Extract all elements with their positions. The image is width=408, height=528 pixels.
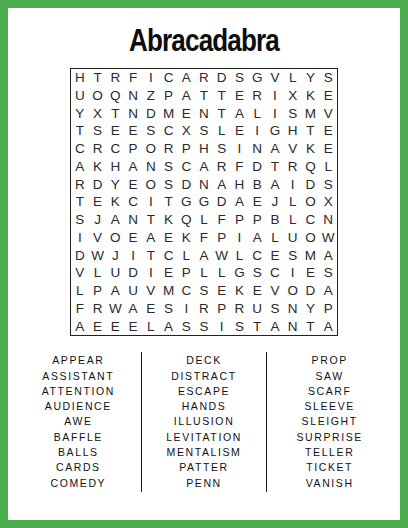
grid-cell-r11c4[interactable]: I bbox=[124, 247, 142, 265]
word-item-distract: DISTRACT bbox=[142, 369, 267, 384]
grid-cell-r3c2[interactable]: X bbox=[89, 105, 107, 123]
grid-cell-r13c7[interactable]: C bbox=[177, 282, 195, 300]
grid-cell-r7c6[interactable]: S bbox=[160, 176, 178, 194]
grid-cell-r11c2[interactable]: W bbox=[89, 247, 107, 265]
grid-cell-r12c13[interactable]: I bbox=[284, 264, 302, 282]
grid-cell-r14c9[interactable]: P bbox=[213, 300, 231, 318]
grid-cell-r4c15[interactable]: E bbox=[319, 122, 337, 140]
grid-cell-r6c12[interactable]: T bbox=[266, 158, 284, 176]
grid-cell-r11c15[interactable]: A bbox=[319, 247, 337, 265]
grid-cell-r12c2[interactable]: L bbox=[89, 264, 107, 282]
grid-cell-r5c9[interactable]: S bbox=[213, 140, 231, 158]
grid-cell-r13c12[interactable]: V bbox=[266, 282, 284, 300]
grid-cell-r3c1[interactable]: Y bbox=[71, 105, 89, 123]
grid-cell-r10c2[interactable]: V bbox=[89, 229, 107, 247]
grid-cell-r5c14[interactable]: K bbox=[302, 140, 320, 158]
grid-cell-r13c2[interactable]: P bbox=[89, 282, 107, 300]
puzzle-page: Abracadabra HTRFICARDSGVLYSUOQNZPATTERIX… bbox=[8, 24, 400, 528]
grid-cell-r10c1[interactable]: I bbox=[71, 229, 89, 247]
grid-cell-r1c1[interactable]: H bbox=[71, 69, 89, 87]
grid-cell-r14c14[interactable]: Y bbox=[302, 300, 320, 318]
grid-cell-r14c6[interactable]: S bbox=[160, 300, 178, 318]
grid-cell-r12c11[interactable]: S bbox=[248, 264, 266, 282]
grid-cell-r3c14[interactable]: M bbox=[302, 105, 320, 123]
grid-cell-r10c12[interactable]: L bbox=[266, 229, 284, 247]
grid-cell-r12c6[interactable]: E bbox=[160, 264, 178, 282]
grid-cell-r15c3[interactable]: E bbox=[106, 318, 124, 336]
grid-cell-r4c1[interactable]: T bbox=[71, 122, 89, 140]
word-item-penn: PENN bbox=[142, 476, 267, 491]
grid-cell-r9c4[interactable]: N bbox=[124, 211, 142, 229]
word-item-deck: DECK bbox=[142, 353, 267, 368]
grid-cell-r9c3[interactable]: A bbox=[106, 211, 124, 229]
grid-cell-r14c8[interactable]: R bbox=[195, 300, 213, 318]
grid-cell-r12c9[interactable]: L bbox=[213, 264, 231, 282]
grid-cell-r11c12[interactable]: E bbox=[266, 247, 284, 265]
grid-cell-r1c12[interactable]: V bbox=[266, 69, 284, 87]
grid-cell-r6c15[interactable]: L bbox=[319, 158, 337, 176]
grid-cell-r9c8[interactable]: L bbox=[195, 211, 213, 229]
grid-cell-r8c4[interactable]: C bbox=[124, 193, 142, 211]
grid-cell-r3c12[interactable]: I bbox=[266, 105, 284, 123]
grid-cell-r8c13[interactable]: L bbox=[284, 193, 302, 211]
grid-cell-r13c8[interactable]: S bbox=[195, 282, 213, 300]
grid-cell-r2c2[interactable]: O bbox=[89, 87, 107, 105]
grid-cell-r5c7[interactable]: P bbox=[177, 140, 195, 158]
grid-cell-r9c11[interactable]: P bbox=[248, 211, 266, 229]
grid-cell-r5c10[interactable]: I bbox=[231, 140, 249, 158]
grid-cell-r7c3[interactable]: Y bbox=[106, 176, 124, 194]
grid-cell-r9c14[interactable]: C bbox=[302, 211, 320, 229]
grid-cell-r10c3[interactable]: O bbox=[106, 229, 124, 247]
grid-cell-r14c15[interactable]: P bbox=[319, 300, 337, 318]
grid-cell-r4c14[interactable]: T bbox=[302, 122, 320, 140]
grid-cell-r1c13[interactable]: L bbox=[284, 69, 302, 87]
grid-cell-r6c7[interactable]: C bbox=[177, 158, 195, 176]
word-item-levitation: LEVITATION bbox=[142, 430, 267, 445]
grid-cell-r13c15[interactable]: A bbox=[319, 282, 337, 300]
grid-cell-r1c3[interactable]: R bbox=[106, 69, 124, 87]
grid-cell-r3c15[interactable]: V bbox=[319, 105, 337, 123]
grid-cell-r8c10[interactable]: A bbox=[231, 193, 249, 211]
grid-cell-r12c5[interactable]: I bbox=[142, 264, 160, 282]
grid-cell-r6c3[interactable]: H bbox=[106, 158, 124, 176]
grid-cell-r4c9[interactable]: L bbox=[213, 122, 231, 140]
grid-cell-r1c2[interactable]: T bbox=[89, 69, 107, 87]
grid-cell-r6c4[interactable]: A bbox=[124, 158, 142, 176]
grid-cell-r1c11[interactable]: G bbox=[248, 69, 266, 87]
grid-cell-r11c1[interactable]: D bbox=[71, 247, 89, 265]
grid-cell-r4c6[interactable]: C bbox=[160, 122, 178, 140]
grid-cell-r8c8[interactable]: G bbox=[195, 193, 213, 211]
grid-cell-r3c13[interactable]: S bbox=[284, 105, 302, 123]
grid-cell-r4c4[interactable]: E bbox=[124, 122, 142, 140]
grid-cell-r6c5[interactable]: N bbox=[142, 158, 160, 176]
word-item-scarf: SCARF bbox=[267, 384, 392, 399]
grid-cell-r12c12[interactable]: C bbox=[266, 264, 284, 282]
grid-cell-r9c1[interactable]: S bbox=[71, 211, 89, 229]
grid-cell-r2c9[interactable]: T bbox=[213, 87, 231, 105]
grid-cell-r13c1[interactable]: L bbox=[71, 282, 89, 300]
grid-cell-r11c7[interactable]: L bbox=[177, 247, 195, 265]
grid-cell-r11c14[interactable]: M bbox=[302, 247, 320, 265]
word-grid-frame: HTRFICARDSGVLYSUOQNZPATTERIXKEYXTNDMENTA… bbox=[70, 68, 338, 336]
grid-cell-r2c8[interactable]: T bbox=[195, 87, 213, 105]
grid-cell-r12c10[interactable]: G bbox=[231, 264, 249, 282]
grid-cell-r12c4[interactable]: D bbox=[124, 264, 142, 282]
word-item-baffle: BAFFLE bbox=[16, 430, 141, 445]
grid-cell-r15c11[interactable]: T bbox=[248, 318, 266, 336]
grid-cell-r13c13[interactable]: O bbox=[284, 282, 302, 300]
grid-cell-r2c5[interactable]: Z bbox=[142, 87, 160, 105]
grid-cell-r1c6[interactable]: C bbox=[160, 69, 178, 87]
grid-cell-r2c7[interactable]: A bbox=[177, 87, 195, 105]
grid-cell-r13c10[interactable]: K bbox=[231, 282, 249, 300]
word-item-surprise: SURPRISE bbox=[267, 430, 392, 445]
grid-cell-r15c2[interactable]: E bbox=[89, 318, 107, 336]
grid-cell-r7c12[interactable]: A bbox=[266, 176, 284, 194]
word-list-column-3: PROPSAWSCARFSLEEVESLEIGHTSURPRISETELLERT… bbox=[266, 352, 392, 492]
grid-cell-r7c15[interactable]: S bbox=[319, 176, 337, 194]
grid-cell-r14c10[interactable]: R bbox=[231, 300, 249, 318]
grid-cell-r3c5[interactable]: D bbox=[142, 105, 160, 123]
grid-cell-r1c7[interactable]: A bbox=[177, 69, 195, 87]
grid-cell-r12c8[interactable]: L bbox=[195, 264, 213, 282]
grid-cell-r4c11[interactable]: I bbox=[248, 122, 266, 140]
grid-cell-r7c9[interactable]: A bbox=[213, 176, 231, 194]
grid-cell-r9c6[interactable]: K bbox=[160, 211, 178, 229]
grid-cell-r4c13[interactable]: H bbox=[284, 122, 302, 140]
grid-cell-r7c14[interactable]: D bbox=[302, 176, 320, 194]
grid-cell-r12c15[interactable]: S bbox=[319, 264, 337, 282]
grid-cell-r2c12[interactable]: I bbox=[266, 87, 284, 105]
grid-cell-r2c11[interactable]: R bbox=[248, 87, 266, 105]
grid-cell-r13c14[interactable]: D bbox=[302, 282, 320, 300]
word-item-audience: AUDIENCE bbox=[16, 399, 141, 414]
grid-cell-r10c9[interactable]: P bbox=[213, 229, 231, 247]
grid-cell-r10c7[interactable]: K bbox=[177, 229, 195, 247]
grid-cell-r3c9[interactable]: T bbox=[213, 105, 231, 123]
grid-cell-r13c9[interactable]: E bbox=[213, 282, 231, 300]
grid-cell-r6c11[interactable]: D bbox=[248, 158, 266, 176]
grid-cell-r5c12[interactable]: A bbox=[266, 140, 284, 158]
word-list-column-2: DECKDISTRACTESCAPEHANDSILLUSIONLEVITATIO… bbox=[141, 352, 267, 492]
grid-cell-r3c3[interactable]: T bbox=[106, 105, 124, 123]
grid-cell-r5c6[interactable]: R bbox=[160, 140, 178, 158]
grid-cell-r11c10[interactable]: L bbox=[231, 247, 249, 265]
word-item-awe: AWE bbox=[16, 414, 141, 429]
grid-cell-r8c7[interactable]: G bbox=[177, 193, 195, 211]
grid-cell-r2c1[interactable]: U bbox=[71, 87, 89, 105]
grid-cell-r5c3[interactable]: C bbox=[106, 140, 124, 158]
grid-cell-r13c6[interactable]: M bbox=[160, 282, 178, 300]
word-item-ticket: TICKET bbox=[267, 460, 392, 475]
grid-cell-r7c5[interactable]: O bbox=[142, 176, 160, 194]
grid-cell-r10c14[interactable]: O bbox=[302, 229, 320, 247]
grid-cell-r8c6[interactable]: T bbox=[160, 193, 178, 211]
word-item-vanish: VANISH bbox=[267, 476, 392, 491]
grid-cell-r5c11[interactable]: N bbox=[248, 140, 266, 158]
word-item-comedy: COMEDY bbox=[16, 476, 141, 491]
grid-cell-r7c4[interactable]: E bbox=[124, 176, 142, 194]
grid-cell-r3c7[interactable]: E bbox=[177, 105, 195, 123]
grid-cell-r6c2[interactable]: K bbox=[89, 158, 107, 176]
word-item-hands: HANDS bbox=[142, 399, 267, 414]
grid-cell-r1c15[interactable]: S bbox=[319, 69, 337, 87]
grid-cell-r4c5[interactable]: S bbox=[142, 122, 160, 140]
grid-cell-r4c7[interactable]: X bbox=[177, 122, 195, 140]
grid-cell-r8c12[interactable]: J bbox=[266, 193, 284, 211]
grid-cell-r3c10[interactable]: A bbox=[231, 105, 249, 123]
grid-cell-r11c5[interactable]: T bbox=[142, 247, 160, 265]
word-list: APPEARASSISTANTATTENTIONAUDIENCEAWEBAFFL… bbox=[16, 352, 392, 492]
grid-cell-r12c1[interactable]: V bbox=[71, 264, 89, 282]
word-item-sleight: SLEIGHT bbox=[267, 414, 392, 429]
grid-cell-r1c8[interactable]: R bbox=[195, 69, 213, 87]
grid-cell-r4c3[interactable]: E bbox=[106, 122, 124, 140]
grid-cell-r7c1[interactable]: R bbox=[71, 176, 89, 194]
word-item-illusion: ILLUSION bbox=[142, 414, 267, 429]
grid-cell-r14c13[interactable]: N bbox=[284, 300, 302, 318]
grid-cell-r5c1[interactable]: C bbox=[71, 140, 89, 158]
grid-cell-r2c3[interactable]: Q bbox=[106, 87, 124, 105]
grid-cell-r5c13[interactable]: V bbox=[284, 140, 302, 158]
grid-cell-r5c2[interactable]: R bbox=[89, 140, 107, 158]
grid-cell-r15c7[interactable]: S bbox=[177, 318, 195, 336]
grid-cell-r14c4[interactable]: A bbox=[124, 300, 142, 318]
word-item-sleeve: SLEEVE bbox=[267, 399, 392, 414]
grid-cell-r8c1[interactable]: T bbox=[71, 193, 89, 211]
grid-cell-r14c5[interactable]: E bbox=[142, 300, 160, 318]
grid-cell-r10c4[interactable]: E bbox=[124, 229, 142, 247]
grid-cell-r8c3[interactable]: K bbox=[106, 193, 124, 211]
grid-cell-r7c10[interactable]: H bbox=[231, 176, 249, 194]
grid-cell-r5c15[interactable]: E bbox=[319, 140, 337, 158]
grid-cell-r12c7[interactable]: P bbox=[177, 264, 195, 282]
grid-cell-r11c11[interactable]: C bbox=[248, 247, 266, 265]
grid-cell-r1c14[interactable]: Y bbox=[302, 69, 320, 87]
grid-cell-r15c14[interactable]: T bbox=[302, 318, 320, 336]
word-item-cards: CARDS bbox=[16, 460, 141, 475]
grid-cell-r4c2[interactable]: S bbox=[89, 122, 107, 140]
grid-cell-r15c4[interactable]: E bbox=[124, 318, 142, 336]
grid-cell-r6c9[interactable]: R bbox=[213, 158, 231, 176]
grid-cell-r4c8[interactable]: S bbox=[195, 122, 213, 140]
grid-cell-r15c1[interactable]: A bbox=[71, 318, 89, 336]
grid-cell-r4c12[interactable]: G bbox=[266, 122, 284, 140]
grid-cell-r11c9[interactable]: W bbox=[213, 247, 231, 265]
grid-cell-r7c8[interactable]: N bbox=[195, 176, 213, 194]
grid-cell-r2c10[interactable]: E bbox=[231, 87, 249, 105]
grid-cell-r1c4[interactable]: F bbox=[124, 69, 142, 87]
grid-cell-r2c4[interactable]: N bbox=[124, 87, 142, 105]
grid-cell-r1c10[interactable]: S bbox=[231, 69, 249, 87]
grid-cell-r15c6[interactable]: A bbox=[160, 318, 178, 336]
grid-cell-r13c4[interactable]: U bbox=[124, 282, 142, 300]
word-item-assistant: ASSISTANT bbox=[16, 369, 141, 384]
grid-cell-r1c5[interactable]: I bbox=[142, 69, 160, 87]
grid-cell-r14c2[interactable]: R bbox=[89, 300, 107, 318]
grid-cell-r10c8[interactable]: F bbox=[195, 229, 213, 247]
grid-cell-r3c6[interactable]: M bbox=[160, 105, 178, 123]
grid-cell-r5c4[interactable]: P bbox=[124, 140, 142, 158]
grid-cell-r9c10[interactable]: P bbox=[231, 211, 249, 229]
grid-cell-r6c8[interactable]: A bbox=[195, 158, 213, 176]
grid-cell-r10c10[interactable]: I bbox=[231, 229, 249, 247]
grid-cell-r8c5[interactable]: I bbox=[142, 193, 160, 211]
grid-cell-r11c8[interactable]: A bbox=[195, 247, 213, 265]
grid-cell-r9c15[interactable]: N bbox=[319, 211, 337, 229]
grid-cell-r13c5[interactable]: V bbox=[142, 282, 160, 300]
grid-cell-r7c2[interactable]: D bbox=[89, 176, 107, 194]
grid-cell-r15c12[interactable]: A bbox=[266, 318, 284, 336]
grid-cell-r14c3[interactable]: W bbox=[106, 300, 124, 318]
grid-cell-r6c1[interactable]: A bbox=[71, 158, 89, 176]
grid-cell-r7c11[interactable]: B bbox=[248, 176, 266, 194]
grid-cell-r10c5[interactable]: A bbox=[142, 229, 160, 247]
grid-cell-r5c8[interactable]: H bbox=[195, 140, 213, 158]
grid-cell-r11c6[interactable]: C bbox=[160, 247, 178, 265]
word-item-attention: ATTENTION bbox=[16, 384, 141, 399]
word-item-balls: BALLS bbox=[16, 445, 141, 460]
grid-cell-r5c5[interactable]: O bbox=[142, 140, 160, 158]
grid-cell-r14c11[interactable]: U bbox=[248, 300, 266, 318]
grid-cell-r7c13[interactable]: I bbox=[284, 176, 302, 194]
grid-cell-r15c8[interactable]: S bbox=[195, 318, 213, 336]
grid-cell-r1c9[interactable]: D bbox=[213, 69, 231, 87]
word-list-column-1: APPEARASSISTANTATTENTIONAUDIENCEAWEBAFFL… bbox=[16, 352, 141, 492]
word-item-mentalism: MENTALISM bbox=[142, 445, 267, 460]
grid-cell-r3c11[interactable]: L bbox=[248, 105, 266, 123]
grid-cell-r3c4[interactable]: N bbox=[124, 105, 142, 123]
grid-cell-r11c3[interactable]: J bbox=[106, 247, 124, 265]
grid-cell-r9c13[interactable]: L bbox=[284, 211, 302, 229]
grid-cell-r14c1[interactable]: F bbox=[71, 300, 89, 318]
grid-cell-r13c3[interactable]: A bbox=[106, 282, 124, 300]
grid-cell-r3c8[interactable]: N bbox=[195, 105, 213, 123]
grid-cell-r8c2[interactable]: E bbox=[89, 193, 107, 211]
word-grid: HTRFICARDSGVLYSUOQNZPATTERIXKEYXTNDMENTA… bbox=[71, 69, 337, 335]
grid-cell-r15c13[interactable]: N bbox=[284, 318, 302, 336]
grid-cell-r9c5[interactable]: T bbox=[142, 211, 160, 229]
word-item-prop: PROP bbox=[267, 353, 392, 368]
grid-cell-r4c10[interactable]: E bbox=[231, 122, 249, 140]
grid-cell-r10c13[interactable]: U bbox=[284, 229, 302, 247]
grid-cell-r12c14[interactable]: E bbox=[302, 264, 320, 282]
grid-cell-r10c6[interactable]: E bbox=[160, 229, 178, 247]
grid-cell-r10c15[interactable]: W bbox=[319, 229, 337, 247]
grid-cell-r6c13[interactable]: R bbox=[284, 158, 302, 176]
grid-cell-r6c14[interactable]: Q bbox=[302, 158, 320, 176]
grid-cell-r8c14[interactable]: O bbox=[302, 193, 320, 211]
grid-cell-r9c12[interactable]: B bbox=[266, 211, 284, 229]
word-item-patter: PATTER bbox=[142, 460, 267, 475]
grid-cell-r8c11[interactable]: E bbox=[248, 193, 266, 211]
grid-cell-r15c10[interactable]: S bbox=[231, 318, 249, 336]
grid-cell-r15c5[interactable]: L bbox=[142, 318, 160, 336]
grid-cell-r7c7[interactable]: D bbox=[177, 176, 195, 194]
grid-cell-r9c2[interactable]: J bbox=[89, 211, 107, 229]
grid-cell-r6c6[interactable]: S bbox=[160, 158, 178, 176]
grid-cell-r11c13[interactable]: S bbox=[284, 247, 302, 265]
grid-cell-r15c9[interactable]: I bbox=[213, 318, 231, 336]
grid-cell-r15c15[interactable]: A bbox=[319, 318, 337, 336]
puzzle-title: Abracadabra bbox=[39, 24, 368, 58]
word-item-escape: ESCAPE bbox=[142, 384, 267, 399]
grid-cell-r14c7[interactable]: I bbox=[177, 300, 195, 318]
grid-cell-r2c13[interactable]: X bbox=[284, 87, 302, 105]
grid-cell-r13c11[interactable]: E bbox=[248, 282, 266, 300]
grid-cell-r12c3[interactable]: U bbox=[106, 264, 124, 282]
word-item-appear: APPEAR bbox=[16, 353, 141, 368]
grid-cell-r14c12[interactable]: S bbox=[266, 300, 284, 318]
grid-cell-r2c15[interactable]: E bbox=[319, 87, 337, 105]
grid-cell-r8c9[interactable]: D bbox=[213, 193, 231, 211]
grid-cell-r9c9[interactable]: F bbox=[213, 211, 231, 229]
grid-cell-r6c10[interactable]: F bbox=[231, 158, 249, 176]
grid-cell-r10c11[interactable]: A bbox=[248, 229, 266, 247]
word-item-saw: SAW bbox=[267, 369, 392, 384]
grid-cell-r8c15[interactable]: X bbox=[319, 193, 337, 211]
word-item-teller: TELLER bbox=[267, 445, 392, 460]
grid-cell-r2c14[interactable]: K bbox=[302, 87, 320, 105]
grid-cell-r9c7[interactable]: Q bbox=[177, 211, 195, 229]
grid-cell-r2c6[interactable]: P bbox=[160, 87, 178, 105]
